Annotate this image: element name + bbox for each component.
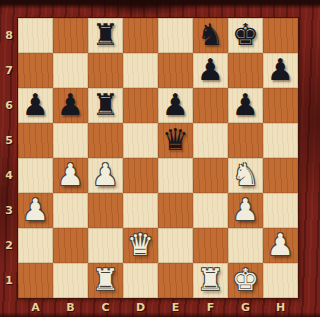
square-c4[interactable]: ♟: [88, 158, 123, 193]
square-b4[interactable]: ♟: [53, 158, 88, 193]
rank-labels-column: 87654321: [0, 18, 18, 298]
square-a4[interactable]: [18, 158, 53, 193]
square-e8[interactable]: [158, 18, 193, 53]
square-c1[interactable]: ♜: [88, 263, 123, 298]
piece-white-pawn-h2[interactable]: ♟: [263, 228, 298, 263]
file-label-d: D: [123, 300, 158, 315]
square-e2[interactable]: [158, 228, 193, 263]
piece-black-queen-e5[interactable]: ♛: [158, 123, 193, 158]
file-label-b: B: [53, 300, 88, 315]
piece-black-pawn-b6[interactable]: ♟: [53, 88, 88, 123]
piece-white-pawn-c4[interactable]: ♟: [88, 158, 123, 193]
piece-black-pawn-h7[interactable]: ♟: [263, 53, 298, 88]
square-c7[interactable]: [88, 53, 123, 88]
file-label-e: E: [158, 300, 193, 315]
piece-white-pawn-g3[interactable]: ♟: [228, 193, 263, 228]
square-e3[interactable]: [158, 193, 193, 228]
square-e5[interactable]: ♛: [158, 123, 193, 158]
square-h5[interactable]: [263, 123, 298, 158]
square-e1[interactable]: [158, 263, 193, 298]
square-d7[interactable]: [123, 53, 158, 88]
piece-white-pawn-b4[interactable]: ♟: [53, 158, 88, 193]
square-f1[interactable]: ♜: [193, 263, 228, 298]
square-g2[interactable]: [228, 228, 263, 263]
square-g1[interactable]: ♚: [228, 263, 263, 298]
file-labels-row: ABCDEFGH: [18, 300, 298, 315]
piece-white-queen-d2[interactable]: ♛: [123, 228, 158, 263]
square-a3[interactable]: ♟: [18, 193, 53, 228]
chess-board: ♜♞♚♟♟♟♟♜♟♟♛♟♟♞♟♟♛♟♜♜♚: [18, 18, 298, 298]
rank-label-6: 6: [0, 88, 18, 123]
piece-white-rook-c1[interactable]: ♜: [88, 263, 123, 298]
square-f3[interactable]: [193, 193, 228, 228]
square-f5[interactable]: [193, 123, 228, 158]
square-b2[interactable]: [53, 228, 88, 263]
square-c2[interactable]: [88, 228, 123, 263]
square-b8[interactable]: [53, 18, 88, 53]
square-h4[interactable]: [263, 158, 298, 193]
piece-black-pawn-g6[interactable]: ♟: [228, 88, 263, 123]
square-e7[interactable]: [158, 53, 193, 88]
piece-black-rook-c6[interactable]: ♜: [88, 88, 123, 123]
square-g3[interactable]: ♟: [228, 193, 263, 228]
square-d1[interactable]: [123, 263, 158, 298]
square-f6[interactable]: [193, 88, 228, 123]
piece-white-knight-g4[interactable]: ♞: [228, 158, 263, 193]
rank-label-7: 7: [0, 53, 18, 88]
square-d6[interactable]: [123, 88, 158, 123]
square-b1[interactable]: [53, 263, 88, 298]
file-label-c: C: [88, 300, 123, 315]
square-a8[interactable]: [18, 18, 53, 53]
file-label-f: F: [193, 300, 228, 315]
piece-black-knight-f8[interactable]: ♞: [193, 18, 228, 53]
square-g6[interactable]: ♟: [228, 88, 263, 123]
square-g4[interactable]: ♞: [228, 158, 263, 193]
square-h3[interactable]: [263, 193, 298, 228]
square-h8[interactable]: [263, 18, 298, 53]
rank-label-3: 3: [0, 193, 18, 228]
square-d8[interactable]: [123, 18, 158, 53]
square-b5[interactable]: [53, 123, 88, 158]
square-f2[interactable]: [193, 228, 228, 263]
square-d2[interactable]: ♛: [123, 228, 158, 263]
square-f8[interactable]: ♞: [193, 18, 228, 53]
piece-black-pawn-a6[interactable]: ♟: [18, 88, 53, 123]
square-d3[interactable]: [123, 193, 158, 228]
piece-white-king-g1[interactable]: ♚: [228, 263, 263, 298]
file-label-g: G: [228, 300, 263, 315]
square-f4[interactable]: [193, 158, 228, 193]
square-h2[interactable]: ♟: [263, 228, 298, 263]
rank-label-1: 1: [0, 263, 18, 298]
square-e4[interactable]: [158, 158, 193, 193]
square-h6[interactable]: [263, 88, 298, 123]
square-g7[interactable]: [228, 53, 263, 88]
square-b3[interactable]: [53, 193, 88, 228]
square-a5[interactable]: [18, 123, 53, 158]
square-h7[interactable]: ♟: [263, 53, 298, 88]
piece-white-rook-f1[interactable]: ♜: [193, 263, 228, 298]
piece-black-pawn-e6[interactable]: ♟: [158, 88, 193, 123]
square-c3[interactable]: [88, 193, 123, 228]
square-b7[interactable]: [53, 53, 88, 88]
square-c5[interactable]: [88, 123, 123, 158]
file-label-h: H: [263, 300, 298, 315]
square-e6[interactable]: ♟: [158, 88, 193, 123]
square-d4[interactable]: [123, 158, 158, 193]
square-a6[interactable]: ♟: [18, 88, 53, 123]
square-b6[interactable]: ♟: [53, 88, 88, 123]
square-d5[interactable]: [123, 123, 158, 158]
piece-white-pawn-a3[interactable]: ♟: [18, 193, 53, 228]
square-a2[interactable]: [18, 228, 53, 263]
piece-black-rook-c8[interactable]: ♜: [88, 18, 123, 53]
square-c8[interactable]: ♜: [88, 18, 123, 53]
rank-label-2: 2: [0, 228, 18, 263]
square-g5[interactable]: [228, 123, 263, 158]
chess-board-frame: 87654321 ♜♞♚♟♟♟♟♜♟♟♛♟♟♞♟♟♛♟♜♜♚ ABCDEFGH: [0, 0, 320, 317]
piece-black-pawn-f7[interactable]: ♟: [193, 53, 228, 88]
piece-black-king-g8[interactable]: ♚: [228, 18, 263, 53]
file-label-a: A: [18, 300, 53, 315]
rank-label-8: 8: [0, 18, 18, 53]
rank-label-5: 5: [0, 123, 18, 158]
rank-label-4: 4: [0, 158, 18, 193]
square-a1[interactable]: [18, 263, 53, 298]
square-a7[interactable]: [18, 53, 53, 88]
square-c6[interactable]: ♜: [88, 88, 123, 123]
square-g8[interactable]: ♚: [228, 18, 263, 53]
square-f7[interactable]: ♟: [193, 53, 228, 88]
square-h1[interactable]: [263, 263, 298, 298]
